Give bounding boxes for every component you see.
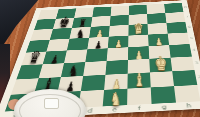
square-c3[interactable]: ♞: [61, 62, 85, 77]
file-label-g: g: [152, 103, 177, 111]
square-d4[interactable]: [85, 48, 107, 62]
square-f2[interactable]: ♝: [127, 72, 150, 88]
square-d2[interactable]: [81, 75, 106, 91]
square-h2[interactable]: [172, 70, 197, 86]
square-e1[interactable]: ♞: [103, 89, 128, 107]
square-e4[interactable]: [107, 47, 129, 61]
square-d3[interactable]: [83, 61, 106, 76]
square-e3[interactable]: [105, 60, 128, 75]
piece-white-knight-e1[interactable]: ♞: [110, 89, 121, 108]
square-g3[interactable]: ♚: [149, 58, 172, 73]
photo-frame: ♚♜♞♟♛♟♟♟♛♟♟♞♚♝♟♟♝♞ abcdefgh 87654321: [0, 0, 200, 117]
file-label-h: h: [176, 102, 200, 110]
file-label-f: f: [127, 104, 152, 112]
square-g1[interactable]: [151, 86, 176, 104]
clock-display: [44, 98, 59, 109]
square-g2[interactable]: [150, 71, 174, 87]
square-h3[interactable]: [171, 57, 195, 72]
square-f1[interactable]: [127, 87, 151, 105]
square-f4[interactable]: ♟: [128, 46, 149, 60]
square-h1[interactable]: [174, 85, 200, 103]
square-h4[interactable]: [169, 44, 192, 58]
